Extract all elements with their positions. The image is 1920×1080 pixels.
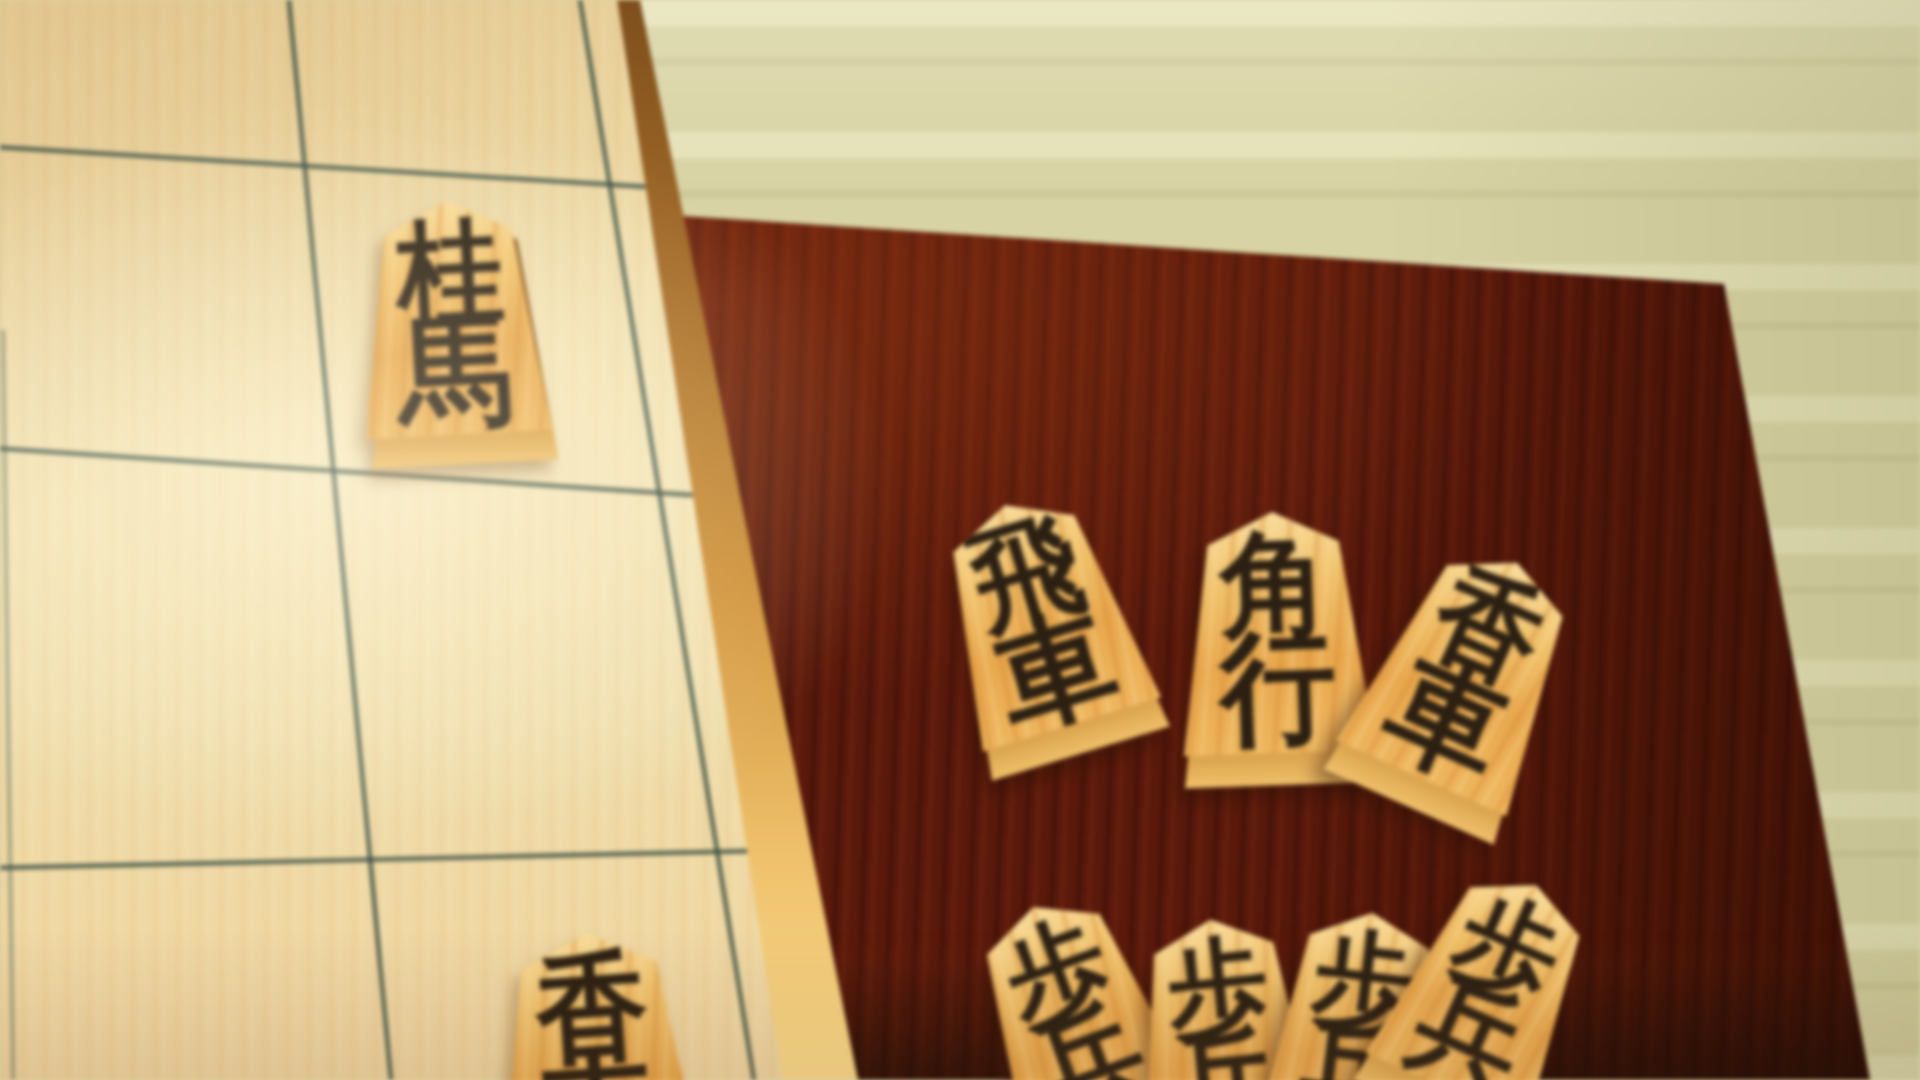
shogi-piece-keima-board[interactable]: 桂 馬 (354, 196, 553, 455)
scene-stage: 飛 車 角 行 香 車 歩 兵 (0, 0, 1920, 1080)
piece-kanji-bottom: 馬 (396, 315, 516, 432)
shogi-scene: 飛 車 角 行 香 車 歩 兵 (0, 0, 1920, 1080)
piece-kanji-bottom: 車 (536, 1053, 662, 1080)
grid-line-v3 (580, 0, 754, 1080)
piece-face: 香 車 (487, 926, 703, 1080)
grid-line-v1 (3, 330, 13, 1080)
grid-line-v2 (289, 0, 391, 1080)
grid-line-h2 (0, 448, 720, 497)
piece-face: 桂 馬 (354, 196, 552, 439)
grid-line-h3 (0, 850, 800, 868)
board-grid (0, 0, 1920, 1080)
grid-line-h1 (0, 147, 700, 190)
shogi-piece-kyosha-board[interactable]: 香 車 (487, 926, 704, 1080)
